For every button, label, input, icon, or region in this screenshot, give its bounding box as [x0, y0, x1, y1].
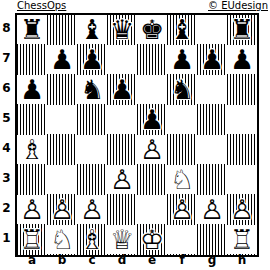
- file-label-e: e: [137, 254, 167, 268]
- square-h2[interactable]: ♟♙: [227, 195, 257, 225]
- piece-white-knight: ♘: [47, 225, 77, 255]
- piece-black-pawn: ♟: [227, 45, 257, 75]
- square-a1[interactable]: ♜♖: [17, 225, 47, 255]
- square-g2[interactable]: ♟♙: [197, 195, 227, 225]
- piece-white-pawn: ♙: [77, 195, 107, 225]
- square-d1[interactable]: ♛♕: [107, 225, 137, 255]
- square-b6[interactable]: [47, 75, 77, 105]
- piece-black-rook: ♜: [227, 15, 257, 45]
- piece-white-bishop-fill: ♝: [77, 225, 107, 255]
- square-a3[interactable]: [17, 165, 47, 195]
- square-e8[interactable]: ♚: [137, 15, 167, 45]
- piece-white-king-fill: ♚: [137, 225, 167, 255]
- piece-white-rook-fill: ♜: [227, 225, 257, 255]
- rank-label-8: 8: [0, 13, 13, 43]
- rank-label-7: 7: [0, 43, 13, 73]
- piece-white-pawn-fill: ♟: [197, 195, 227, 225]
- square-e3[interactable]: [137, 165, 167, 195]
- piece-white-bishop: ♗: [77, 225, 107, 255]
- piece-white-pawn-fill: ♟: [137, 135, 167, 165]
- square-c3[interactable]: [77, 165, 107, 195]
- file-label-d: d: [107, 254, 137, 268]
- square-f3[interactable]: ♞♘: [167, 165, 197, 195]
- piece-black-pawn: ♟: [137, 105, 167, 135]
- piece-white-pawn-fill: ♟: [17, 195, 47, 225]
- square-b1[interactable]: ♞♘: [47, 225, 77, 255]
- square-e6[interactable]: [137, 75, 167, 105]
- rank-label-5: 5: [0, 103, 13, 133]
- piece-white-knight: ♘: [167, 165, 197, 195]
- square-a6[interactable]: ♟: [17, 75, 47, 105]
- square-a5[interactable]: [17, 105, 47, 135]
- square-h6[interactable]: [227, 75, 257, 105]
- piece-white-queen: ♕: [107, 225, 137, 255]
- piece-black-knight: ♞: [77, 75, 107, 105]
- file-label-g: g: [197, 254, 227, 268]
- square-f7[interactable]: ♟: [167, 45, 197, 75]
- rank-label-2: 2: [0, 193, 13, 223]
- piece-black-rook: ♜: [17, 15, 47, 45]
- rank-label-1: 1: [0, 223, 13, 253]
- square-h8[interactable]: ♜: [227, 15, 257, 45]
- piece-white-pawn: ♙: [107, 165, 137, 195]
- square-e2[interactable]: [137, 195, 167, 225]
- square-f8[interactable]: ♝: [167, 15, 197, 45]
- piece-white-pawn-fill: ♟: [107, 165, 137, 195]
- square-b5[interactable]: [47, 105, 77, 135]
- file-label-b: b: [47, 254, 77, 268]
- piece-white-knight-fill: ♞: [47, 225, 77, 255]
- piece-white-bishop-fill: ♝: [17, 135, 47, 165]
- piece-black-pawn: ♟: [47, 45, 77, 75]
- piece-white-queen-fill: ♛: [107, 225, 137, 255]
- piece-white-pawn-fill: ♟: [167, 195, 197, 225]
- square-g4[interactable]: [197, 135, 227, 165]
- app-title: ChessOps: [17, 0, 66, 12]
- square-d5[interactable]: [107, 105, 137, 135]
- square-f6[interactable]: ♞: [167, 75, 197, 105]
- rank-labels: 87654321: [0, 13, 13, 253]
- piece-white-rook-fill: ♜: [17, 225, 47, 255]
- square-c7[interactable]: ♟: [77, 45, 107, 75]
- piece-black-bishop: ♝: [77, 15, 107, 45]
- piece-white-pawn-fill: ♟: [47, 195, 77, 225]
- square-e4[interactable]: ♟♙: [137, 135, 167, 165]
- square-h5[interactable]: [227, 105, 257, 135]
- square-a2[interactable]: ♟♙: [17, 195, 47, 225]
- piece-white-pawn: ♙: [197, 195, 227, 225]
- square-c1[interactable]: ♝♗: [77, 225, 107, 255]
- square-h7[interactable]: ♟: [227, 45, 257, 75]
- square-d6[interactable]: ♟: [107, 75, 137, 105]
- square-g7[interactable]: ♟: [197, 45, 227, 75]
- file-label-a: a: [17, 254, 47, 268]
- piece-white-pawn-fill: ♟: [227, 195, 257, 225]
- square-f4[interactable]: [167, 135, 197, 165]
- piece-white-king: ♔: [137, 225, 167, 255]
- piece-black-pawn: ♟: [167, 45, 197, 75]
- square-g6[interactable]: [197, 75, 227, 105]
- piece-white-pawn-fill: ♟: [77, 195, 107, 225]
- square-g1[interactable]: [197, 225, 227, 255]
- piece-black-pawn: ♟: [17, 75, 47, 105]
- square-d3[interactable]: ♟♙: [107, 165, 137, 195]
- piece-black-king: ♚: [137, 15, 167, 45]
- square-b4[interactable]: [47, 135, 77, 165]
- piece-white-pawn: ♙: [167, 195, 197, 225]
- piece-white-rook: ♖: [227, 225, 257, 255]
- square-c2[interactable]: ♟♙: [77, 195, 107, 225]
- square-d4[interactable]: [107, 135, 137, 165]
- square-d7[interactable]: [107, 45, 137, 75]
- square-g3[interactable]: [197, 165, 227, 195]
- rank-label-6: 6: [0, 73, 13, 103]
- square-f2[interactable]: ♟♙: [167, 195, 197, 225]
- rank-label-3: 3: [0, 163, 13, 193]
- rank-label-4: 4: [0, 133, 13, 163]
- square-g5[interactable]: [197, 105, 227, 135]
- piece-black-bishop: ♝: [167, 15, 197, 45]
- square-e7[interactable]: [137, 45, 167, 75]
- piece-white-pawn: ♙: [227, 195, 257, 225]
- square-c8[interactable]: ♝: [77, 15, 107, 45]
- square-b2[interactable]: ♟♙: [47, 195, 77, 225]
- square-d2[interactable]: [107, 195, 137, 225]
- square-h4[interactable]: [227, 135, 257, 165]
- piece-white-pawn: ♙: [17, 195, 47, 225]
- square-f5[interactable]: [167, 105, 197, 135]
- square-c4[interactable]: [77, 135, 107, 165]
- square-f1[interactable]: [167, 225, 197, 255]
- square-b3[interactable]: [47, 165, 77, 195]
- piece-black-knight: ♞: [167, 75, 197, 105]
- piece-black-pawn: ♟: [77, 45, 107, 75]
- square-c6[interactable]: ♞: [77, 75, 107, 105]
- square-c5[interactable]: [77, 105, 107, 135]
- chess-board: ♜♝♛♚♝♜♟♟♟♟♟♟♞♟♞♟♝♗♟♙♟♙♞♘♟♙♟♙♟♙♟♙♟♙♟♙♜♖♞♘…: [15, 13, 259, 257]
- piece-white-pawn: ♙: [137, 135, 167, 165]
- square-a4[interactable]: ♝♗: [17, 135, 47, 165]
- square-a8[interactable]: ♜: [17, 15, 47, 45]
- square-a7[interactable]: [17, 45, 47, 75]
- piece-white-pawn: ♙: [47, 195, 77, 225]
- square-h1[interactable]: ♜♖: [227, 225, 257, 255]
- square-b8[interactable]: [47, 15, 77, 45]
- piece-white-knight-fill: ♞: [167, 165, 197, 195]
- file-label-c: c: [77, 254, 107, 268]
- square-d8[interactable]: ♛: [107, 15, 137, 45]
- file-label-f: f: [167, 254, 197, 268]
- square-e5[interactable]: ♟: [137, 105, 167, 135]
- file-labels: abcdefgh: [15, 254, 259, 268]
- credit-text: © EUdesign: [208, 0, 268, 12]
- square-g8[interactable]: [197, 15, 227, 45]
- file-label-h: h: [227, 254, 257, 268]
- piece-white-bishop: ♗: [17, 135, 47, 165]
- piece-black-pawn: ♟: [197, 45, 227, 75]
- piece-black-pawn: ♟: [107, 75, 137, 105]
- piece-black-queen: ♛: [107, 15, 137, 45]
- square-b7[interactable]: ♟: [47, 45, 77, 75]
- square-h3[interactable]: [227, 165, 257, 195]
- square-e1[interactable]: ♚♔: [137, 225, 167, 255]
- piece-white-rook: ♖: [17, 225, 47, 255]
